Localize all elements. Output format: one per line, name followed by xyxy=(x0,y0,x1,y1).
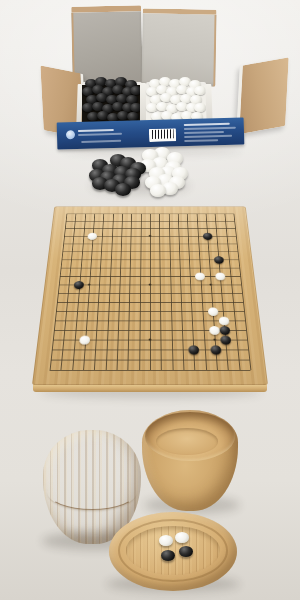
go-set-product-photo xyxy=(0,0,300,600)
dish-floor xyxy=(126,526,220,575)
go-bowl-open xyxy=(142,410,238,511)
bowl-lid-seam xyxy=(47,474,137,510)
bowl-interior-floor xyxy=(156,428,218,455)
white-stone xyxy=(175,532,189,543)
black-stone xyxy=(179,546,193,557)
black-stone xyxy=(161,550,175,561)
white-stone xyxy=(159,535,173,546)
bowls-scene xyxy=(0,0,300,600)
